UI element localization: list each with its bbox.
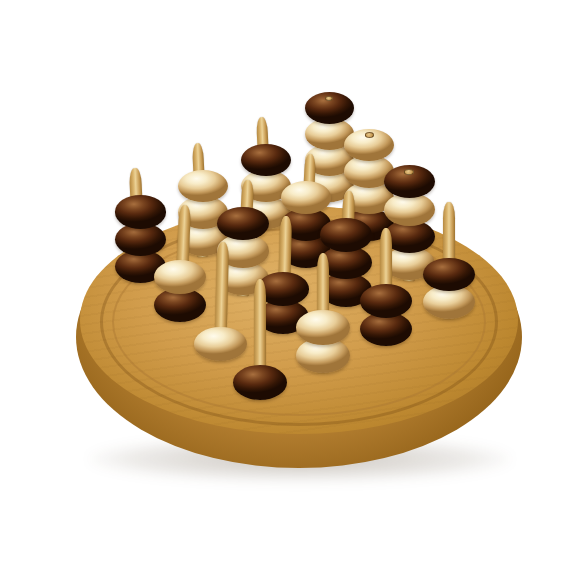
dark-bead bbox=[320, 218, 372, 252]
light-bead bbox=[296, 310, 349, 345]
peg-end-dot bbox=[325, 96, 334, 101]
peg-end-dot bbox=[365, 132, 374, 138]
peg-end-dot bbox=[404, 169, 413, 175]
dark-bead bbox=[360, 284, 413, 318]
game-photo bbox=[0, 0, 585, 585]
dark-bead bbox=[233, 365, 287, 400]
board-stack-layer bbox=[0, 0, 585, 585]
dark-bead bbox=[217, 207, 268, 240]
dark-bead bbox=[423, 258, 475, 292]
dark-bead bbox=[115, 195, 166, 228]
light-bead bbox=[194, 327, 247, 362]
light-bead bbox=[281, 181, 332, 214]
dark-bead bbox=[241, 144, 291, 176]
light-bead bbox=[154, 260, 206, 294]
light-bead bbox=[178, 170, 228, 203]
